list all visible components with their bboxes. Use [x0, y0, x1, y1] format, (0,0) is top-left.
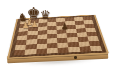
product-photo: ♞♚♛♝♟♟♟ — [0, 0, 118, 75]
light-pawn-a7: ♟ — [22, 22, 29, 30]
dark-queen-c8: ♛ — [40, 9, 51, 21]
pieces-layer: ♞♚♛♝♟♟♟ — [0, 0, 118, 75]
light-pawn-c7: ♟ — [31, 21, 38, 29]
dark-pawn-e6: ♟ — [61, 23, 68, 31]
